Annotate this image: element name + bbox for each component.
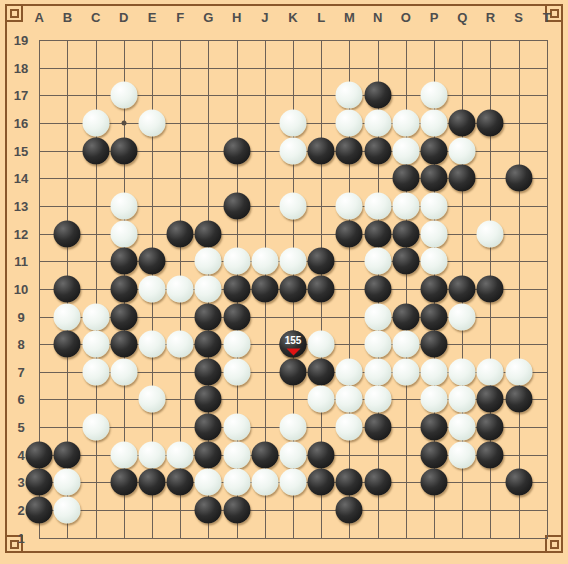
white-stone-O16 [392,109,419,136]
black-stone-N15 [364,137,391,164]
white-stone-O7 [392,358,419,385]
column-label-L: L [317,10,325,25]
white-stone-M16 [336,109,363,136]
white-stone-N8 [364,331,391,358]
black-stone-H9 [223,303,250,330]
black-stone-K7 [280,358,307,385]
black-stone-B4 [54,441,81,468]
black-stone-E11 [139,248,166,275]
black-stone-O14 [392,165,419,192]
black-stone-G6 [195,386,222,413]
white-stone-J3 [251,469,278,496]
white-stone-B2 [54,497,81,524]
white-stone-F8 [167,331,194,358]
white-stone-Q7 [449,358,476,385]
white-stone-O8 [392,331,419,358]
row-label-19: 19 [14,33,28,48]
black-stone-B12 [54,220,81,247]
move-number-label: 155 [280,335,307,346]
black-stone-L10 [308,275,335,302]
black-stone-R4 [477,441,504,468]
white-stone-N9 [364,303,391,330]
white-stone-P17 [421,82,448,109]
column-label-R: R [486,10,495,25]
white-stone-E16 [139,109,166,136]
black-stone-J10 [251,275,278,302]
white-stone-D7 [110,358,137,385]
black-stone-D8 [110,331,137,358]
white-stone-M17 [336,82,363,109]
black-stone-R16 [477,109,504,136]
black-stone-J4 [251,441,278,468]
grid-line-vertical [519,40,520,539]
white-stone-J11 [251,248,278,275]
white-stone-H7 [223,358,250,385]
black-stone-D10 [110,275,137,302]
white-stone-S7 [505,358,532,385]
white-stone-M13 [336,192,363,219]
black-stone-D9 [110,303,137,330]
column-label-A: A [34,10,43,25]
black-stone-D3 [110,469,137,496]
grid-line-vertical [547,40,548,539]
black-stone-G5 [195,414,222,441]
black-stone-F3 [167,469,194,496]
white-stone-N7 [364,358,391,385]
white-stone-C9 [82,303,109,330]
star-point [121,120,126,125]
column-label-P: P [430,10,439,25]
column-label-G: G [203,10,213,25]
black-stone-P14 [421,165,448,192]
white-stone-Q15 [449,137,476,164]
black-stone-G8 [195,331,222,358]
white-stone-D13 [110,192,137,219]
column-label-F: F [176,10,184,25]
white-stone-N6 [364,386,391,413]
row-label-12: 12 [14,226,28,241]
grid-line-horizontal [39,510,548,511]
column-label-T: T [543,10,551,25]
corner-ornament-icon [5,4,23,22]
white-stone-C5 [82,414,109,441]
black-stone-S14 [505,165,532,192]
white-stone-R12 [477,220,504,247]
black-stone-C15 [82,137,109,164]
black-stone-P15 [421,137,448,164]
black-stone-R10 [477,275,504,302]
black-stone-P8 [421,331,448,358]
black-stone-L3 [308,469,335,496]
black-stone-Q10 [449,275,476,302]
row-label-5: 5 [17,420,24,435]
row-label-2: 2 [17,503,24,518]
white-stone-H4 [223,441,250,468]
black-stone-N10 [364,275,391,302]
column-label-B: B [63,10,72,25]
black-stone-G4 [195,441,222,468]
white-stone-H5 [223,414,250,441]
white-stone-Q9 [449,303,476,330]
white-stone-H8 [223,331,250,358]
black-stone-A4 [26,441,53,468]
black-stone-G9 [195,303,222,330]
white-stone-M7 [336,358,363,385]
row-label-18: 18 [14,60,28,75]
white-stone-K4 [280,441,307,468]
black-stone-P5 [421,414,448,441]
black-stone-Q16 [449,109,476,136]
black-stone-O12 [392,220,419,247]
white-stone-P13 [421,192,448,219]
black-stone-E3 [139,469,166,496]
black-stone-M2 [336,497,363,524]
black-stone-P4 [421,441,448,468]
black-stone-A2 [26,497,53,524]
black-stone-O9 [392,303,419,330]
white-stone-C7 [82,358,109,385]
white-stone-B3 [54,469,81,496]
black-stone-R5 [477,414,504,441]
row-label-15: 15 [14,143,28,158]
white-stone-M6 [336,386,363,413]
black-stone-L15 [308,137,335,164]
black-stone-P3 [421,469,448,496]
row-label-8: 8 [17,337,24,352]
black-stone-F12 [167,220,194,247]
column-label-K: K [288,10,297,25]
white-stone-C16 [82,109,109,136]
column-label-D: D [119,10,128,25]
black-stone-N17 [364,82,391,109]
black-stone-N5 [364,414,391,441]
white-stone-K15 [280,137,307,164]
black-stone-P9 [421,303,448,330]
white-stone-P16 [421,109,448,136]
column-label-Q: Q [457,10,467,25]
white-stone-N16 [364,109,391,136]
white-stone-G3 [195,469,222,496]
black-stone-B8 [54,331,81,358]
black-stone-S6 [505,386,532,413]
white-stone-D4 [110,441,137,468]
white-stone-F4 [167,441,194,468]
black-stone-M12 [336,220,363,247]
white-stone-Q4 [449,441,476,468]
row-label-7: 7 [17,364,24,379]
marked-stone-K8: 155 [280,331,307,358]
white-stone-H11 [223,248,250,275]
black-stone-N3 [364,469,391,496]
black-stone-L7 [308,358,335,385]
row-label-4: 4 [17,447,24,462]
black-stone-M15 [336,137,363,164]
column-label-E: E [148,10,157,25]
row-label-17: 17 [14,88,28,103]
column-label-N: N [373,10,382,25]
white-stone-N11 [364,248,391,275]
black-stone-G12 [195,220,222,247]
white-stone-B9 [54,303,81,330]
black-stone-S3 [505,469,532,496]
black-stone-H10 [223,275,250,302]
black-stone-L4 [308,441,335,468]
white-stone-C8 [82,331,109,358]
white-stone-P6 [421,386,448,413]
white-stone-K3 [280,469,307,496]
white-stone-L8 [308,331,335,358]
white-stone-G10 [195,275,222,302]
row-label-6: 6 [17,392,24,407]
black-stone-H15 [223,137,250,164]
row-label-16: 16 [14,115,28,130]
white-stone-G11 [195,248,222,275]
go-board-app: ABCDEFGHJKLMNOPQRST191817161514131211109… [0,0,568,564]
black-stone-D11 [110,248,137,275]
black-stone-D15 [110,137,137,164]
black-stone-K10 [280,275,307,302]
black-stone-B10 [54,275,81,302]
black-stone-Q14 [449,165,476,192]
row-label-13: 13 [14,198,28,213]
black-stone-M3 [336,469,363,496]
white-stone-N13 [364,192,391,219]
last-move-marker-icon [286,349,300,356]
grid-line-horizontal [39,538,548,539]
white-stone-Q5 [449,414,476,441]
white-stone-E6 [139,386,166,413]
black-stone-H2 [223,497,250,524]
black-stone-H13 [223,192,250,219]
white-stone-K11 [280,248,307,275]
black-stone-L11 [308,248,335,275]
white-stone-K13 [280,192,307,219]
black-stone-R6 [477,386,504,413]
white-stone-O15 [392,137,419,164]
column-label-O: O [401,10,411,25]
row-label-10: 10 [14,281,28,296]
row-label-11: 11 [14,254,28,269]
white-stone-R7 [477,358,504,385]
white-stone-K16 [280,109,307,136]
column-label-M: M [344,10,355,25]
white-stone-H3 [223,469,250,496]
white-stone-D12 [110,220,137,247]
white-stone-E10 [139,275,166,302]
black-stone-G7 [195,358,222,385]
column-label-C: C [91,10,100,25]
black-stone-A3 [26,469,53,496]
column-label-S: S [514,10,523,25]
row-label-3: 3 [17,475,24,490]
white-stone-P7 [421,358,448,385]
row-label-9: 9 [17,309,24,324]
row-label-1: 1 [17,530,24,545]
white-stone-O13 [392,192,419,219]
white-stone-P11 [421,248,448,275]
white-stone-M5 [336,414,363,441]
column-label-H: H [232,10,241,25]
white-stone-Q6 [449,386,476,413]
column-label-J: J [261,10,268,25]
white-stone-F10 [167,275,194,302]
black-stone-O11 [392,248,419,275]
row-label-14: 14 [14,171,28,186]
white-stone-E4 [139,441,166,468]
white-stone-E8 [139,331,166,358]
white-stone-L6 [308,386,335,413]
white-stone-K5 [280,414,307,441]
black-stone-G2 [195,497,222,524]
black-stone-P10 [421,275,448,302]
white-stone-P12 [421,220,448,247]
white-stone-D17 [110,82,137,109]
black-stone-N12 [364,220,391,247]
